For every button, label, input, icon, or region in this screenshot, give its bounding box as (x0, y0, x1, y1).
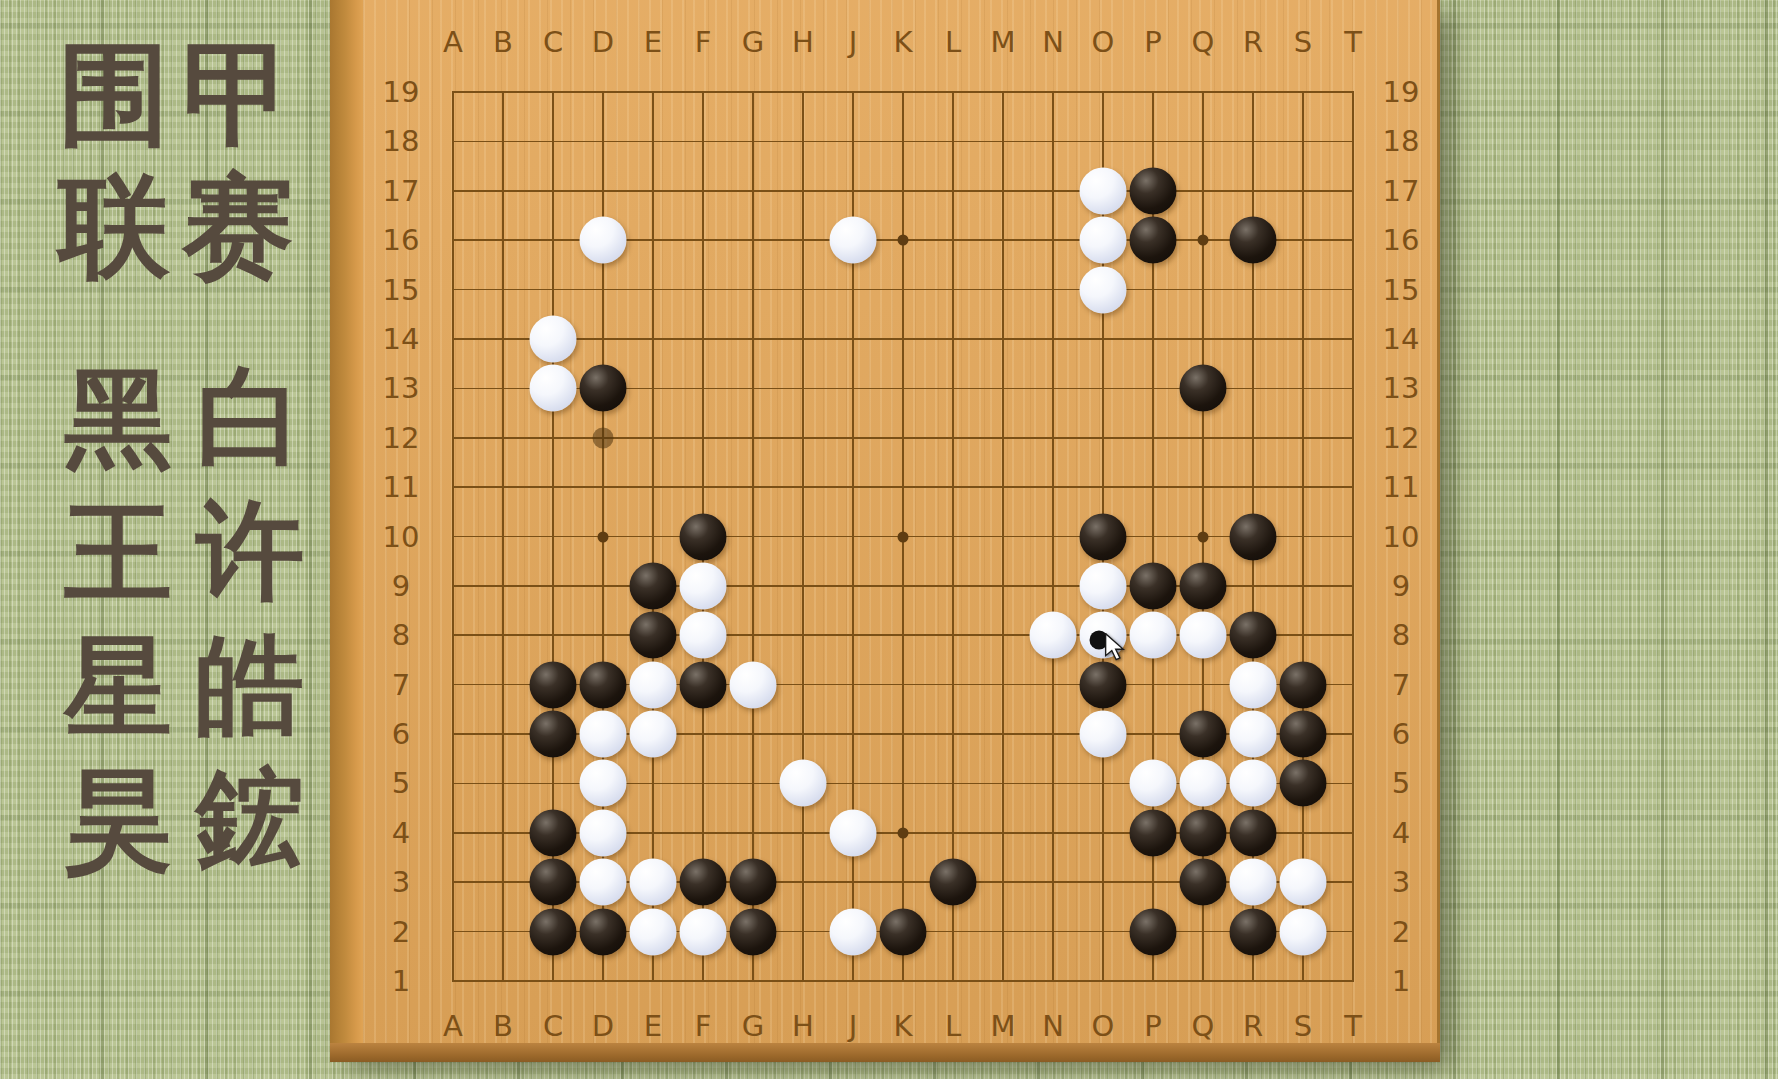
white-stone-j4[interactable] (830, 809, 877, 856)
white-stone-d6[interactable] (580, 711, 627, 758)
black-stone-c2[interactable] (530, 908, 577, 955)
event-title-line2: 联赛 (58, 160, 308, 292)
row-label-right: 3 (1392, 865, 1410, 899)
black-stone-p16[interactable] (1130, 217, 1177, 264)
white-stone-d4[interactable] (580, 809, 627, 856)
black-stone-q3[interactable] (1180, 859, 1227, 906)
event-title-line1: 围甲 (58, 28, 308, 160)
row-label-right: 17 (1383, 174, 1420, 208)
white-player-label: 白许皓鋐 (196, 350, 318, 886)
black-stone-l3[interactable] (930, 859, 977, 906)
row-label-right: 5 (1392, 766, 1410, 800)
column-label-bottom: E (644, 1009, 662, 1043)
row-label-left: 13 (383, 371, 420, 405)
row-label-right: 15 (1383, 273, 1420, 307)
column-label-bottom: S (1294, 1009, 1312, 1043)
column-label-top: F (695, 25, 712, 59)
column-label-bottom: Q (1192, 1009, 1215, 1043)
row-label-left: 14 (383, 322, 420, 356)
black-stone-d2[interactable] (580, 908, 627, 955)
row-label-left: 9 (392, 569, 410, 603)
column-label-top: M (990, 25, 1015, 59)
white-stone-g7[interactable] (730, 661, 777, 708)
black-stone-q9[interactable] (1180, 562, 1227, 609)
row-label-right: 11 (1383, 470, 1420, 504)
white-stone-p8[interactable] (1130, 612, 1177, 659)
black-stone-d7[interactable] (580, 661, 627, 708)
black-stone-c6[interactable] (530, 711, 577, 758)
black-stone-s7[interactable] (1280, 661, 1327, 708)
column-label-top: B (493, 25, 513, 59)
white-stone-q8[interactable] (1180, 612, 1227, 659)
white-stone-j16[interactable] (830, 217, 877, 264)
column-label-bottom: C (543, 1009, 563, 1043)
row-label-right: 8 (1392, 618, 1410, 652)
star-point-k16 (898, 235, 909, 246)
black-stone-q13[interactable] (1180, 365, 1227, 412)
column-label-bottom: L (945, 1009, 961, 1043)
column-label-top: K (893, 25, 912, 59)
row-label-right: 12 (1383, 421, 1420, 455)
row-label-left: 4 (392, 816, 410, 850)
white-stone-e6[interactable] (630, 711, 677, 758)
white-stone-o16[interactable] (1080, 217, 1127, 264)
grid-line-vertical (1052, 91, 1054, 982)
star-point-k10 (898, 531, 909, 542)
column-label-bottom: T (1344, 1009, 1362, 1043)
black-stone-e8[interactable] (630, 612, 677, 659)
white-stone-d5[interactable] (580, 760, 627, 807)
black-player-label: 黑王星昊 (64, 352, 186, 888)
row-label-right: 14 (1383, 322, 1420, 356)
black-stone-c7[interactable] (530, 661, 577, 708)
white-stone-r7[interactable] (1230, 661, 1277, 708)
black-stone-o10[interactable] (1080, 513, 1127, 560)
column-label-top: O (1092, 25, 1115, 59)
white-stone-o6[interactable] (1080, 711, 1127, 758)
column-label-top: R (1243, 25, 1263, 59)
black-stone-f3[interactable] (680, 859, 727, 906)
white-stone-e7[interactable] (630, 661, 677, 708)
row-label-left: 8 (392, 618, 410, 652)
black-stone-s5[interactable] (1280, 760, 1327, 807)
white-stone-s2[interactable] (1280, 908, 1327, 955)
white-stone-f2[interactable] (680, 908, 727, 955)
column-label-top: G (742, 25, 764, 59)
column-label-bottom: K (893, 1009, 912, 1043)
black-stone-o7[interactable] (1080, 661, 1127, 708)
row-label-left: 18 (383, 124, 420, 158)
row-label-right: 2 (1392, 915, 1410, 949)
column-label-top: Q (1192, 25, 1215, 59)
white-stone-c14[interactable] (530, 315, 577, 362)
black-stone-q4[interactable] (1180, 809, 1227, 856)
black-stone-r4[interactable] (1230, 809, 1277, 856)
white-stone-j2[interactable] (830, 908, 877, 955)
column-label-bottom: J (849, 1009, 858, 1043)
column-label-top: N (1042, 25, 1064, 59)
black-stone-p2[interactable] (1130, 908, 1177, 955)
row-label-left: 2 (392, 915, 410, 949)
black-stone-f7[interactable] (680, 661, 727, 708)
white-stone-h5[interactable] (780, 760, 827, 807)
column-label-top: H (792, 25, 814, 59)
row-label-right: 1 (1392, 964, 1410, 998)
row-label-right: 7 (1392, 668, 1410, 702)
black-stone-r10[interactable] (1230, 513, 1277, 560)
column-label-top: C (543, 25, 563, 59)
row-label-right: 18 (1383, 124, 1420, 158)
white-stone-o15[interactable] (1080, 266, 1127, 313)
grid-line-vertical (1302, 91, 1304, 982)
white-stone-f9[interactable] (680, 562, 727, 609)
black-stone-s6[interactable] (1280, 711, 1327, 758)
white-stone-s3[interactable] (1280, 859, 1327, 906)
black-stone-c3[interactable] (530, 859, 577, 906)
black-stone-p17[interactable] (1130, 167, 1177, 214)
row-label-right: 16 (1383, 223, 1420, 257)
column-label-bottom: A (443, 1009, 463, 1043)
column-label-bottom: O (1092, 1009, 1115, 1043)
star-point-k4 (898, 827, 909, 838)
row-label-right: 6 (1392, 717, 1410, 751)
black-stone-d13[interactable] (580, 365, 627, 412)
row-label-left: 12 (383, 421, 420, 455)
white-stone-r5[interactable] (1230, 760, 1277, 807)
row-label-left: 5 (392, 766, 410, 800)
row-label-left: 3 (392, 865, 410, 899)
grid-line-vertical (1352, 91, 1354, 982)
column-label-top: P (1144, 25, 1162, 59)
black-stone-g3[interactable] (730, 859, 777, 906)
row-label-left: 1 (392, 964, 410, 998)
board-bottom-edge (330, 1043, 1440, 1062)
column-label-top: E (644, 25, 662, 59)
row-label-right: 9 (1392, 569, 1410, 603)
column-label-top: S (1294, 25, 1312, 59)
row-label-left: 16 (383, 223, 420, 257)
column-label-bottom: H (792, 1009, 814, 1043)
row-label-right: 19 (1383, 75, 1420, 109)
grid-line-horizontal (452, 980, 1354, 982)
column-label-bottom: F (695, 1009, 712, 1043)
event-title: 围甲 联赛 (58, 28, 308, 292)
row-label-right: 13 (1383, 371, 1420, 405)
white-stone-e2[interactable] (630, 908, 677, 955)
row-label-left: 6 (392, 717, 410, 751)
column-label-bottom: G (742, 1009, 764, 1043)
marker-d12 (593, 427, 614, 448)
row-label-left: 19 (383, 75, 420, 109)
star-point-q10 (1198, 531, 1209, 542)
star-point-d10 (598, 531, 609, 542)
column-label-bottom: P (1144, 1009, 1162, 1043)
row-label-left: 7 (392, 668, 410, 702)
white-stone-o17[interactable] (1080, 167, 1127, 214)
black-stone-p9[interactable] (1130, 562, 1177, 609)
column-label-top: J (849, 25, 858, 59)
column-label-bottom: D (592, 1009, 614, 1043)
black-stone-q6[interactable] (1180, 711, 1227, 758)
column-label-top: L (945, 25, 961, 59)
screenshot-root: { "game": "go", "event": { "title_line1"… (0, 0, 1778, 1079)
row-label-left: 11 (383, 470, 420, 504)
star-point-q16 (1198, 235, 1209, 246)
grid-line-vertical (1002, 91, 1004, 982)
mouse-cursor-icon (1103, 633, 1127, 665)
row-label-left: 15 (383, 273, 420, 307)
white-stone-f8[interactable] (680, 612, 727, 659)
white-stone-r6[interactable] (1230, 711, 1277, 758)
white-stone-p5[interactable] (1130, 760, 1177, 807)
black-stone-r16[interactable] (1230, 217, 1277, 264)
black-stone-g2[interactable] (730, 908, 777, 955)
row-label-left: 10 (383, 520, 420, 554)
column-label-top: A (443, 25, 463, 59)
black-stone-k2[interactable] (880, 908, 927, 955)
row-label-right: 10 (1383, 520, 1420, 554)
column-label-top: D (592, 25, 614, 59)
white-stone-r3[interactable] (1230, 859, 1277, 906)
white-stone-o9[interactable] (1080, 562, 1127, 609)
white-stone-d3[interactable] (580, 859, 627, 906)
black-stone-c4[interactable] (530, 809, 577, 856)
black-stone-r8[interactable] (1230, 612, 1277, 659)
black-stone-r2[interactable] (1230, 908, 1277, 955)
board-left-edge (330, 0, 363, 1062)
white-stone-d16[interactable] (580, 217, 627, 264)
black-stone-f10[interactable] (680, 513, 727, 560)
black-stone-p4[interactable] (1130, 809, 1177, 856)
column-label-bottom: B (493, 1009, 513, 1043)
column-label-bottom: M (990, 1009, 1015, 1043)
white-stone-e3[interactable] (630, 859, 677, 906)
white-stone-n8[interactable] (1030, 612, 1077, 659)
column-label-top: T (1344, 25, 1362, 59)
white-stone-q5[interactable] (1180, 760, 1227, 807)
grid-line-vertical (952, 91, 954, 982)
black-stone-e9[interactable] (630, 562, 677, 609)
row-label-right: 4 (1392, 816, 1410, 850)
column-label-bottom: R (1243, 1009, 1263, 1043)
row-label-left: 17 (383, 174, 420, 208)
white-stone-c13[interactable] (530, 365, 577, 412)
column-label-bottom: N (1042, 1009, 1064, 1043)
